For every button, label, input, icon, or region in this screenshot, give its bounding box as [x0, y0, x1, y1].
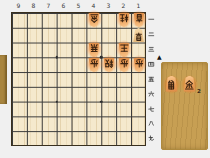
rank-label — [148, 86, 156, 101]
square-38[interactable] — [101, 116, 116, 131]
square-86[interactable] — [27, 86, 42, 101]
square-93[interactable] — [12, 42, 27, 57]
sente-komadai: 2 — [161, 62, 208, 150]
square-75[interactable] — [42, 72, 57, 87]
square-95[interactable] — [12, 72, 27, 87]
square-84[interactable] — [27, 57, 42, 72]
file-label: 3 — [101, 2, 116, 10]
rank-label — [148, 72, 156, 87]
square-51[interactable] — [71, 13, 86, 28]
hand-bishop-piece[interactable] — [163, 74, 180, 93]
square-18[interactable] — [130, 116, 145, 131]
square-94[interactable] — [12, 57, 27, 72]
square-63[interactable] — [56, 42, 71, 57]
square-47[interactable] — [86, 101, 101, 116]
square-68[interactable] — [56, 116, 71, 131]
square-97[interactable] — [12, 101, 27, 116]
square-87[interactable] — [27, 101, 42, 116]
file-label: 9 — [11, 2, 26, 10]
rank-labels — [148, 12, 156, 146]
square-78[interactable] — [42, 116, 57, 131]
square-17[interactable] — [130, 101, 145, 116]
square-76[interactable] — [42, 86, 57, 101]
square-26[interactable] — [115, 86, 130, 101]
sente-marker-icon: ▲ — [157, 53, 162, 61]
screenshot-root: 987654321 ▲ 2 — [0, 0, 210, 158]
rank-label — [148, 116, 156, 131]
file-label: 8 — [26, 2, 41, 10]
square-55[interactable] — [71, 72, 86, 87]
square-59[interactable] — [71, 130, 86, 145]
square-46[interactable] — [86, 86, 101, 101]
square-58[interactable] — [71, 116, 86, 131]
hand-count: 2 — [197, 88, 201, 94]
square-91[interactable] — [12, 13, 27, 28]
square-73[interactable] — [42, 42, 57, 57]
square-81[interactable] — [27, 13, 42, 28]
rank-label — [148, 101, 156, 116]
file-label: 6 — [56, 2, 71, 10]
square-57[interactable] — [71, 101, 86, 116]
rank-label — [148, 27, 156, 42]
square-28[interactable] — [115, 116, 130, 131]
square-53[interactable] — [71, 42, 86, 57]
square-52[interactable] — [71, 28, 86, 43]
file-label: 1 — [131, 2, 146, 10]
square-77[interactable] — [42, 101, 57, 116]
square-29[interactable] — [115, 130, 130, 145]
square-39[interactable] — [101, 130, 116, 145]
square-72[interactable] — [42, 28, 57, 43]
square-54[interactable] — [71, 57, 86, 72]
rank-label — [148, 131, 156, 146]
square-27[interactable] — [115, 101, 130, 116]
gote-komadai-edge — [0, 55, 7, 104]
file-label: 7 — [41, 2, 56, 10]
square-99[interactable] — [12, 130, 27, 145]
square-92[interactable] — [12, 28, 27, 43]
file-label: 4 — [86, 2, 101, 10]
square-88[interactable] — [27, 116, 42, 131]
square-grid — [12, 13, 145, 145]
file-labels: 987654321 — [11, 2, 146, 10]
square-85[interactable] — [27, 72, 42, 87]
square-16[interactable] — [130, 86, 145, 101]
shogi-board — [11, 12, 146, 146]
star-point — [55, 56, 58, 59]
square-66[interactable] — [56, 86, 71, 101]
rank-label — [148, 12, 156, 27]
square-37[interactable] — [101, 101, 116, 116]
square-67[interactable] — [56, 101, 71, 116]
square-69[interactable] — [56, 130, 71, 145]
file-label: 2 — [116, 2, 131, 10]
square-98[interactable] — [12, 116, 27, 131]
file-label: 5 — [71, 2, 86, 10]
square-74[interactable] — [42, 57, 57, 72]
square-49[interactable] — [86, 130, 101, 145]
square-61[interactable] — [56, 13, 71, 28]
star-point — [55, 100, 58, 103]
gote-gold-piece[interactable] — [86, 11, 102, 29]
square-62[interactable] — [56, 28, 71, 43]
hand-gold-piece[interactable] — [181, 74, 198, 93]
rank-label — [148, 57, 156, 72]
rank-label — [148, 42, 156, 57]
square-83[interactable] — [27, 42, 42, 57]
square-19[interactable] — [130, 130, 145, 145]
square-64[interactable] — [56, 57, 71, 72]
square-96[interactable] — [12, 86, 27, 101]
square-79[interactable] — [42, 130, 57, 145]
square-48[interactable] — [86, 116, 101, 131]
square-82[interactable] — [27, 28, 42, 43]
star-point — [100, 100, 103, 103]
square-56[interactable] — [71, 86, 86, 101]
gote-pawn-piece[interactable] — [131, 56, 147, 74]
square-89[interactable] — [27, 130, 42, 145]
square-71[interactable] — [42, 13, 57, 28]
square-65[interactable] — [56, 72, 71, 87]
square-36[interactable] — [101, 86, 116, 101]
